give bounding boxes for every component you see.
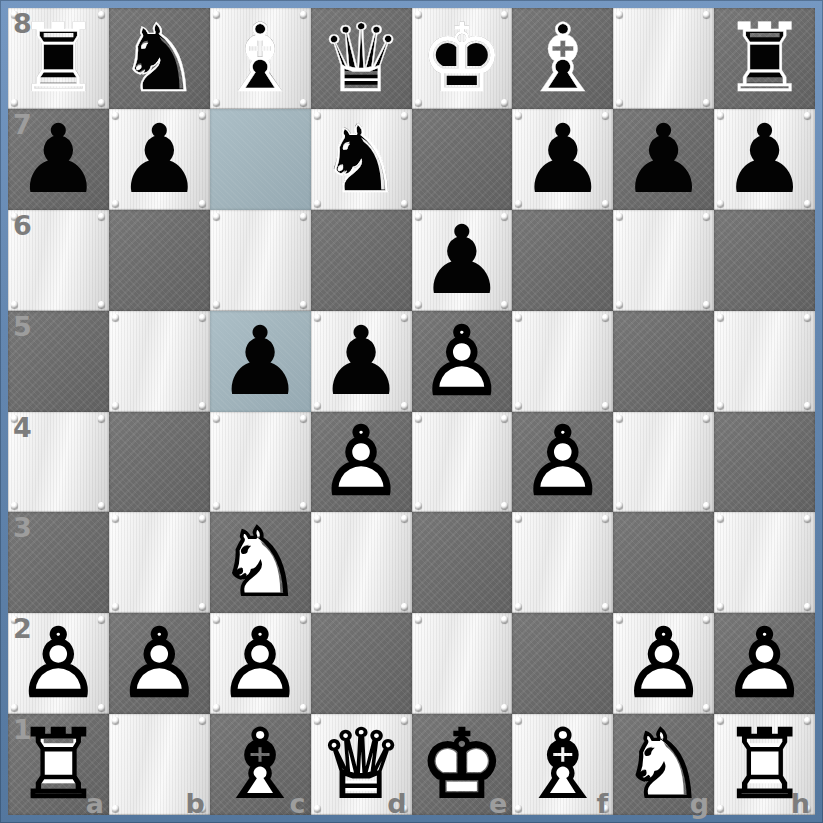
piece-white-pawn[interactable]: ♟︎♙︎ xyxy=(412,311,513,412)
screw-icon xyxy=(703,415,710,422)
square-d3[interactable] xyxy=(311,512,412,613)
square-h2[interactable]: ♟︎♙︎ xyxy=(714,613,815,714)
screw-icon xyxy=(300,502,307,509)
screw-icon xyxy=(112,603,119,610)
square-g6[interactable] xyxy=(613,210,714,311)
square-d2[interactable] xyxy=(311,613,412,714)
screw-icon xyxy=(804,402,811,409)
square-e4[interactable] xyxy=(412,412,513,513)
screw-icon xyxy=(616,415,623,422)
piece-white-bishop[interactable]: ♝♗ xyxy=(512,714,613,815)
black-rook-detail: ♖ xyxy=(8,8,109,109)
screw-icon xyxy=(112,402,119,409)
black-bishop-glyph: ♝ xyxy=(512,8,613,109)
piece-black-knight[interactable]: ♞♘ xyxy=(109,8,210,109)
white-pawn-glyph: ♟︎ xyxy=(512,412,613,513)
rank-label-6: 6 xyxy=(13,212,32,239)
white-pawn-glyph: ♟︎ xyxy=(714,613,815,714)
square-h3[interactable] xyxy=(714,512,815,613)
square-e8[interactable]: ♚♔ xyxy=(412,8,513,109)
piece-black-bishop[interactable]: ♝♗ xyxy=(210,8,311,109)
square-b7[interactable]: ♟︎ xyxy=(109,109,210,210)
piece-black-knight[interactable]: ♞♘ xyxy=(311,109,412,210)
white-pawn-detail: ♙︎ xyxy=(8,613,109,714)
square-g3[interactable] xyxy=(613,512,714,613)
black-knight-glyph: ♞ xyxy=(109,8,210,109)
square-f4[interactable]: ♟︎♙︎ xyxy=(512,412,613,513)
black-queen-glyph: ♛ xyxy=(311,8,412,109)
screw-icon xyxy=(703,213,710,220)
screw-icon xyxy=(213,415,220,422)
white-king-detail: ♔ xyxy=(412,714,513,815)
screw-icon xyxy=(515,515,522,522)
square-f5[interactable] xyxy=(512,311,613,412)
white-knight-detail: ♘ xyxy=(210,512,311,613)
white-bishop-detail: ♗ xyxy=(210,714,311,815)
white-pawn-detail: ♙︎ xyxy=(109,613,210,714)
chess-board: 8♜♖♞♘♝♗♛♕♚♔♝♗♜♖7♟︎♟︎♞♘♟︎♟︎♟︎6♟︎5♟︎♟︎♟︎♙︎… xyxy=(8,8,815,815)
screw-icon xyxy=(314,603,321,610)
screw-icon xyxy=(602,314,609,321)
white-king-glyph: ♚ xyxy=(412,714,513,815)
square-d8[interactable]: ♛♕ xyxy=(311,8,412,109)
black-rook-glyph: ♜ xyxy=(714,8,815,109)
screw-icon xyxy=(703,11,710,18)
piece-white-pawn[interactable]: ♟︎♙︎ xyxy=(109,613,210,714)
piece-white-king[interactable]: ♚♔ xyxy=(412,714,513,815)
square-d5[interactable]: ♟︎ xyxy=(311,311,412,412)
screw-icon xyxy=(213,502,220,509)
square-a1[interactable]: 1a♜♖ xyxy=(8,714,109,815)
square-c8[interactable]: ♝♗ xyxy=(210,8,311,109)
screw-icon xyxy=(501,704,508,711)
square-f3[interactable] xyxy=(512,512,613,613)
screw-icon xyxy=(11,502,18,509)
square-e5[interactable]: ♟︎♙︎ xyxy=(412,311,513,412)
screw-icon xyxy=(804,603,811,610)
square-a3[interactable]: 3 xyxy=(8,512,109,613)
black-pawn-glyph: ♟︎ xyxy=(714,109,815,210)
screw-icon xyxy=(199,603,206,610)
piece-white-pawn[interactable]: ♟︎♙︎ xyxy=(8,613,109,714)
square-f1[interactable]: f♝♗ xyxy=(512,714,613,815)
white-pawn-glyph: ♟︎ xyxy=(8,613,109,714)
square-h7[interactable]: ♟︎ xyxy=(714,109,815,210)
square-b6[interactable] xyxy=(109,210,210,311)
screw-icon xyxy=(415,502,422,509)
screw-icon xyxy=(11,301,18,308)
piece-black-pawn[interactable]: ♟︎ xyxy=(109,109,210,210)
white-pawn-detail: ♙︎ xyxy=(311,412,412,513)
square-g1[interactable]: g♞♘ xyxy=(613,714,714,815)
screw-icon xyxy=(515,314,522,321)
screw-icon xyxy=(602,515,609,522)
piece-black-pawn[interactable]: ♟︎ xyxy=(512,109,613,210)
square-d1[interactable]: d♛♕ xyxy=(311,714,412,815)
square-b4[interactable] xyxy=(109,412,210,513)
white-rook-detail: ♖ xyxy=(8,714,109,815)
screw-icon xyxy=(616,301,623,308)
square-d4[interactable]: ♟︎♙︎ xyxy=(311,412,412,513)
piece-black-pawn[interactable]: ♟︎ xyxy=(311,311,412,412)
screw-icon xyxy=(401,603,408,610)
white-rook-detail: ♖ xyxy=(714,714,815,815)
white-pawn-detail: ♙︎ xyxy=(512,412,613,513)
piece-white-pawn[interactable]: ♟︎♙︎ xyxy=(210,613,311,714)
screw-icon xyxy=(717,402,724,409)
piece-white-rook[interactable]: ♜♖ xyxy=(8,714,109,815)
piece-white-pawn[interactable]: ♟︎♙︎ xyxy=(613,613,714,714)
black-bishop-glyph: ♝ xyxy=(210,8,311,109)
rank-label-4: 4 xyxy=(13,414,32,441)
square-c4[interactable] xyxy=(210,412,311,513)
black-pawn-glyph: ♟︎ xyxy=(8,109,109,210)
screw-icon xyxy=(616,99,623,106)
square-b8[interactable]: ♞♘ xyxy=(109,8,210,109)
screw-icon xyxy=(98,301,105,308)
square-f8[interactable]: ♝♗ xyxy=(512,8,613,109)
square-a8[interactable]: 8♜♖ xyxy=(8,8,109,109)
screw-icon xyxy=(300,213,307,220)
square-b3[interactable] xyxy=(109,512,210,613)
black-bishop-detail: ♗ xyxy=(512,8,613,109)
black-rook-glyph: ♜ xyxy=(8,8,109,109)
screw-icon xyxy=(717,515,724,522)
square-c2[interactable]: ♟︎♙︎ xyxy=(210,613,311,714)
white-pawn-glyph: ♟︎ xyxy=(412,311,513,412)
black-pawn-glyph: ♟︎ xyxy=(210,311,311,412)
white-pawn-glyph: ♟︎ xyxy=(109,613,210,714)
white-rook-glyph: ♜ xyxy=(8,714,109,815)
piece-white-queen[interactable]: ♛♕ xyxy=(311,714,412,815)
square-h6[interactable] xyxy=(714,210,815,311)
white-bishop-detail: ♗ xyxy=(512,714,613,815)
screw-icon xyxy=(703,502,710,509)
screw-icon xyxy=(415,704,422,711)
black-pawn-glyph: ♟︎ xyxy=(613,109,714,210)
piece-white-bishop[interactable]: ♝♗ xyxy=(210,714,311,815)
screw-icon xyxy=(213,301,220,308)
white-pawn-detail: ♙︎ xyxy=(613,613,714,714)
square-c3[interactable]: ♞♘ xyxy=(210,512,311,613)
screw-icon xyxy=(415,415,422,422)
square-f7[interactable]: ♟︎ xyxy=(512,109,613,210)
screw-icon xyxy=(98,502,105,509)
white-queen-detail: ♕ xyxy=(311,714,412,815)
white-bishop-glyph: ♝ xyxy=(512,714,613,815)
screw-icon xyxy=(717,603,724,610)
black-king-detail: ♔ xyxy=(412,8,513,109)
white-knight-glyph: ♞ xyxy=(613,714,714,815)
screw-icon xyxy=(112,314,119,321)
square-a4[interactable]: 4 xyxy=(8,412,109,513)
white-bishop-glyph: ♝ xyxy=(210,714,311,815)
piece-white-pawn[interactable]: ♟︎♙︎ xyxy=(512,412,613,513)
screw-icon xyxy=(300,301,307,308)
square-a7[interactable]: 7♟︎ xyxy=(8,109,109,210)
piece-black-pawn[interactable]: ♟︎ xyxy=(210,311,311,412)
screw-icon xyxy=(98,213,105,220)
square-h1[interactable]: h♜♖ xyxy=(714,714,815,815)
square-b5[interactable] xyxy=(109,311,210,412)
piece-black-rook[interactable]: ♜♖ xyxy=(8,8,109,109)
screw-icon xyxy=(98,415,105,422)
white-pawn-detail: ♙︎ xyxy=(210,613,311,714)
piece-black-bishop[interactable]: ♝♗ xyxy=(512,8,613,109)
black-pawn-glyph: ♟︎ xyxy=(109,109,210,210)
black-bishop-detail: ♗ xyxy=(210,8,311,109)
rank-label-3: 3 xyxy=(13,514,32,541)
piece-white-rook[interactable]: ♜♖ xyxy=(714,714,815,815)
screw-icon xyxy=(717,314,724,321)
screw-icon xyxy=(199,717,206,724)
white-queen-glyph: ♛ xyxy=(311,714,412,815)
square-d7[interactable]: ♞♘ xyxy=(311,109,412,210)
rank-label-5: 5 xyxy=(13,313,32,340)
white-pawn-glyph: ♟︎ xyxy=(311,412,412,513)
square-g7[interactable]: ♟︎ xyxy=(613,109,714,210)
square-h4[interactable] xyxy=(714,412,815,513)
screw-icon xyxy=(213,213,220,220)
screw-icon xyxy=(112,515,119,522)
square-c5[interactable]: ♟︎ xyxy=(210,311,311,412)
black-rook-detail: ♖ xyxy=(714,8,815,109)
black-knight-detail: ♘ xyxy=(311,109,412,210)
screw-icon xyxy=(616,213,623,220)
screw-icon xyxy=(501,502,508,509)
square-h5[interactable] xyxy=(714,311,815,412)
square-c1[interactable]: c♝♗ xyxy=(210,714,311,815)
screw-icon xyxy=(112,717,119,724)
square-b1[interactable]: b xyxy=(109,714,210,815)
white-rook-glyph: ♜ xyxy=(714,714,815,815)
square-g5[interactable] xyxy=(613,311,714,412)
screw-icon xyxy=(300,415,307,422)
screw-icon xyxy=(401,515,408,522)
screw-icon xyxy=(199,314,206,321)
square-b2[interactable]: ♟︎♙︎ xyxy=(109,613,210,714)
white-pawn-detail: ♙︎ xyxy=(714,613,815,714)
square-d6[interactable] xyxy=(311,210,412,311)
screw-icon xyxy=(415,616,422,623)
square-e6[interactable]: ♟︎ xyxy=(412,210,513,311)
piece-black-pawn[interactable]: ♟︎ xyxy=(714,109,815,210)
square-e1[interactable]: e♚♔ xyxy=(412,714,513,815)
square-e7[interactable] xyxy=(412,109,513,210)
square-e2[interactable] xyxy=(412,613,513,714)
piece-white-pawn[interactable]: ♟︎♙︎ xyxy=(311,412,412,513)
white-knight-detail: ♘ xyxy=(613,714,714,815)
square-g8[interactable] xyxy=(613,8,714,109)
square-a5[interactable]: 5 xyxy=(8,311,109,412)
black-pawn-glyph: ♟︎ xyxy=(512,109,613,210)
square-c7[interactable] xyxy=(210,109,311,210)
square-f6[interactable] xyxy=(512,210,613,311)
screw-icon xyxy=(602,603,609,610)
screw-icon xyxy=(314,515,321,522)
square-h8[interactable]: ♜♖ xyxy=(714,8,815,109)
square-g2[interactable]: ♟︎♙︎ xyxy=(613,613,714,714)
screw-icon xyxy=(703,99,710,106)
square-c6[interactable] xyxy=(210,210,311,311)
black-king-glyph: ♚ xyxy=(412,8,513,109)
piece-white-knight[interactable]: ♞♘ xyxy=(210,512,311,613)
black-knight-glyph: ♞ xyxy=(311,109,412,210)
screw-icon xyxy=(199,515,206,522)
black-pawn-glyph: ♟︎ xyxy=(311,311,412,412)
white-pawn-glyph: ♟︎ xyxy=(613,613,714,714)
square-a6[interactable]: 6 xyxy=(8,210,109,311)
square-g4[interactable] xyxy=(613,412,714,513)
piece-black-rook[interactable]: ♜♖ xyxy=(714,8,815,109)
piece-black-pawn[interactable]: ♟︎ xyxy=(412,210,513,311)
screw-icon xyxy=(804,515,811,522)
piece-black-queen[interactable]: ♛♕ xyxy=(311,8,412,109)
file-label-b: b xyxy=(185,790,204,817)
square-f2[interactable] xyxy=(512,613,613,714)
black-queen-detail: ♕ xyxy=(311,8,412,109)
screw-icon xyxy=(804,314,811,321)
piece-black-king[interactable]: ♚♔ xyxy=(412,8,513,109)
piece-black-pawn[interactable]: ♟︎ xyxy=(8,109,109,210)
screw-icon xyxy=(515,402,522,409)
screw-icon xyxy=(112,805,119,812)
screw-icon xyxy=(703,301,710,308)
chess-board-frame: 8♜♖♞♘♝♗♛♕♚♔♝♗♜♖7♟︎♟︎♞♘♟︎♟︎♟︎6♟︎5♟︎♟︎♟︎♙︎… xyxy=(0,0,823,823)
screw-icon xyxy=(616,11,623,18)
screw-icon xyxy=(515,603,522,610)
screw-icon xyxy=(501,415,508,422)
piece-white-knight[interactable]: ♞♘ xyxy=(613,714,714,815)
screw-icon xyxy=(501,616,508,623)
white-knight-glyph: ♞ xyxy=(210,512,311,613)
screw-icon xyxy=(602,402,609,409)
black-knight-detail: ♘ xyxy=(109,8,210,109)
piece-white-pawn[interactable]: ♟︎♙︎ xyxy=(714,613,815,714)
screw-icon xyxy=(616,502,623,509)
black-pawn-glyph: ♟︎ xyxy=(412,210,513,311)
white-pawn-glyph: ♟︎ xyxy=(210,613,311,714)
screw-icon xyxy=(199,402,206,409)
square-e3[interactable] xyxy=(412,512,513,613)
square-a2[interactable]: 2♟︎♙︎ xyxy=(8,613,109,714)
piece-black-pawn[interactable]: ♟︎ xyxy=(613,109,714,210)
white-pawn-detail: ♙︎ xyxy=(412,311,513,412)
